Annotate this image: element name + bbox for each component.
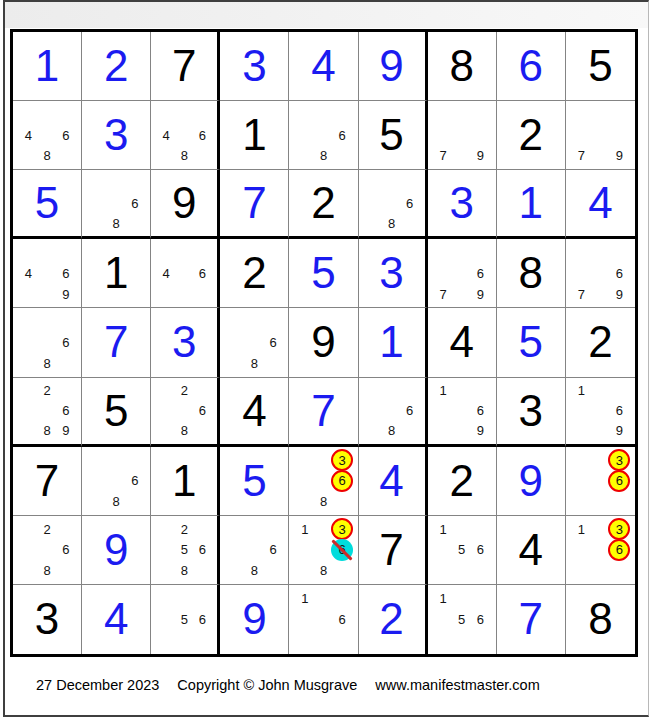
cell-r1c1[interactable]: 1 <box>13 32 82 101</box>
solved-digit: 3 <box>242 44 266 88</box>
cell-r5c8[interactable]: 5 <box>497 308 566 377</box>
cell-r4c1[interactable]: 469 <box>13 239 82 308</box>
cell-r9c2[interactable]: 4 <box>82 585 151 654</box>
candidate-empty <box>333 104 352 125</box>
given-digit: 7 <box>172 44 196 88</box>
cell-r2c5[interactable]: 68 <box>289 101 358 170</box>
candidate-empty <box>226 332 245 353</box>
candidate-9: 9 <box>471 146 490 167</box>
candidate-empty <box>572 104 591 125</box>
candidate-empty <box>434 560 453 581</box>
candidate-6-highlighted-yellow: 6 <box>333 470 352 491</box>
candidate-9: 9 <box>471 284 490 305</box>
cell-r2c2[interactable]: 3 <box>82 101 151 170</box>
cell-r5c4[interactable]: 68 <box>220 308 289 377</box>
candidate-5: 5 <box>452 609 471 630</box>
cell-r4c9[interactable]: 679 <box>566 239 635 308</box>
pencil-marks: 136 <box>566 516 635 584</box>
candidate-empty <box>434 242 453 263</box>
candidate-empty <box>193 381 211 401</box>
candidate-empty <box>175 242 193 263</box>
candidate-empty <box>157 381 175 401</box>
candidate-empty <box>19 519 38 540</box>
cell-r8c2[interactable]: 9 <box>82 516 151 585</box>
candidate-empty <box>38 401 57 421</box>
candidate-empty <box>401 421 419 441</box>
cell-r5c2[interactable]: 7 <box>82 308 151 377</box>
candidate-empty <box>19 242 38 263</box>
cell-r6c6[interactable]: 68 <box>359 378 428 447</box>
given-digit: 2 <box>588 320 612 364</box>
candidate-empty <box>157 539 175 560</box>
candidate-4: 4 <box>19 125 38 146</box>
solved-digit: 1 <box>519 181 543 225</box>
candidate-5: 5 <box>452 539 471 560</box>
candidate-9: 9 <box>56 421 75 441</box>
candidate-empty <box>365 213 383 233</box>
cell-r5c9[interactable]: 2 <box>566 308 635 377</box>
candidate-empty <box>19 104 38 125</box>
solved-digit: 5 <box>519 320 543 364</box>
cell-r4c4[interactable]: 2 <box>220 239 289 308</box>
given-digit: 2 <box>242 251 266 295</box>
candidate-empty <box>471 560 490 581</box>
candidate-empty <box>471 588 490 609</box>
candidate-empty <box>591 491 610 512</box>
solved-digit: 9 <box>242 597 266 641</box>
pencil-marks: 68 <box>359 170 425 236</box>
candidate-empty <box>383 193 401 213</box>
candidate-empty <box>193 146 211 167</box>
candidate-6: 6 <box>193 609 211 630</box>
cell-r6c7[interactable]: 169 <box>428 378 497 447</box>
pencil-marks: 68 <box>289 101 357 169</box>
candidate-empty <box>88 213 107 233</box>
candidate-empty <box>295 491 314 512</box>
candidate-empty <box>591 450 610 471</box>
candidate-empty <box>193 560 211 581</box>
cell-r9c4[interactable]: 9 <box>220 585 289 654</box>
pencil-marks: 2568 <box>151 516 217 584</box>
cell-r6c5[interactable]: 7 <box>289 378 358 447</box>
cell-r4c8[interactable]: 8 <box>497 239 566 308</box>
cell-r1c6[interactable]: 9 <box>359 32 428 101</box>
candidate-empty <box>572 242 591 263</box>
candidate-8: 8 <box>107 213 126 233</box>
cell-r2c8[interactable]: 2 <box>497 101 566 170</box>
candidate-empty <box>314 470 333 491</box>
candidate-empty <box>471 242 490 263</box>
given-digit: 5 <box>379 113 403 157</box>
candidate-empty <box>401 381 419 401</box>
cell-r3c3[interactable]: 9 <box>151 170 220 239</box>
cell-r3c7[interactable]: 3 <box>428 170 497 239</box>
candidate-empty <box>19 539 38 560</box>
pencil-marks: 68 <box>82 447 150 515</box>
candidate-8: 8 <box>314 146 333 167</box>
candidate-empty <box>88 173 107 193</box>
candidate-8: 8 <box>175 146 193 167</box>
cell-r9c7[interactable]: 156 <box>428 585 497 654</box>
candidate-1: 1 <box>434 381 453 401</box>
candidate-8: 8 <box>38 353 57 374</box>
cell-r7c7[interactable]: 2 <box>428 447 497 516</box>
cell-r8c4[interactable]: 68 <box>220 516 289 585</box>
candidate-empty <box>572 491 591 512</box>
given-digit: 5 <box>104 389 128 433</box>
cell-r2c7[interactable]: 79 <box>428 101 497 170</box>
cell-r3c5[interactable]: 2 <box>289 170 358 239</box>
candidate-empty <box>295 104 314 125</box>
given-digit: 2 <box>519 113 543 157</box>
given-digit: 5 <box>588 44 612 88</box>
footer-website: www.manifestmaster.com <box>375 677 539 693</box>
cell-r6c8[interactable]: 3 <box>497 378 566 447</box>
candidate-7: 7 <box>572 146 591 167</box>
cell-r1c8[interactable]: 6 <box>497 32 566 101</box>
candidate-empty <box>610 381 629 401</box>
candidate-empty <box>295 470 314 491</box>
given-digit: 9 <box>311 320 335 364</box>
candidate-empty <box>56 560 75 581</box>
candidate-empty <box>333 146 352 167</box>
candidate-6: 6 <box>610 401 629 421</box>
candidate-empty <box>314 609 333 630</box>
candidate-empty <box>88 491 107 512</box>
solved-digit: 9 <box>379 44 403 88</box>
candidate-empty <box>333 491 352 512</box>
candidate-empty <box>56 519 75 540</box>
cell-r7c4[interactable]: 5 <box>220 447 289 516</box>
candidate-empty <box>264 311 283 332</box>
candidate-empty <box>383 173 401 193</box>
candidate-empty <box>591 381 610 401</box>
candidate-empty <box>193 284 211 305</box>
given-digit: 2 <box>311 181 335 225</box>
pencil-marks: 169 <box>428 378 496 444</box>
pencil-marks: 268 <box>151 378 217 444</box>
pencil-marks: 36 <box>566 447 635 515</box>
solved-digit: 9 <box>519 459 543 503</box>
candidate-empty <box>434 401 453 421</box>
candidate-empty <box>19 332 38 353</box>
candidate-empty <box>226 519 245 540</box>
candidate-empty <box>157 421 175 441</box>
solved-digit: 5 <box>311 251 335 295</box>
candidate-empty <box>19 421 38 441</box>
cell-r8c8[interactable]: 4 <box>497 516 566 585</box>
pencil-marks: 468 <box>13 101 81 169</box>
cell-r4c7[interactable]: 679 <box>428 239 497 308</box>
candidate-empty <box>19 284 38 305</box>
candidate-6-highlighted-yellow: 6 <box>610 539 629 560</box>
cell-r1c4[interactable]: 3 <box>220 32 289 101</box>
pencil-marks: 68 <box>82 170 150 236</box>
cell-r1c5[interactable]: 4 <box>289 32 358 101</box>
cell-r9c3[interactable]: 56 <box>151 585 220 654</box>
cell-r9c6[interactable]: 2 <box>359 585 428 654</box>
cell-r5c3[interactable]: 3 <box>151 308 220 377</box>
candidate-empty <box>572 401 591 421</box>
candidate-empty <box>591 146 610 167</box>
candidate-empty <box>452 560 471 581</box>
candidate-7: 7 <box>572 284 591 305</box>
candidate-empty <box>452 519 471 540</box>
candidate-3-highlighted-yellow: 3 <box>333 519 352 540</box>
candidate-empty <box>157 630 175 651</box>
candidate-empty <box>193 242 211 263</box>
cell-r7c9[interactable]: 36 <box>566 447 635 516</box>
cell-r9c5[interactable]: 16 <box>289 585 358 654</box>
cell-r4c3[interactable]: 46 <box>151 239 220 308</box>
candidate-empty <box>38 104 57 125</box>
candidate-6: 6 <box>401 193 419 213</box>
candidate-1: 1 <box>434 519 453 540</box>
candidate-empty <box>610 125 629 146</box>
cell-r8c5[interactable]: 1368 <box>289 516 358 585</box>
candidate-8: 8 <box>38 560 57 581</box>
candidate-empty <box>193 519 211 540</box>
candidate-empty <box>175 401 193 421</box>
candidate-8: 8 <box>38 421 57 441</box>
pencil-marks: 469 <box>13 239 81 307</box>
solved-digit: 9 <box>104 528 128 572</box>
solved-digit: 7 <box>242 181 266 225</box>
candidate-5: 5 <box>175 609 193 630</box>
candidate-empty <box>38 539 57 560</box>
cell-r7c8[interactable]: 9 <box>497 447 566 516</box>
candidate-9: 9 <box>471 421 490 441</box>
candidate-empty <box>38 284 57 305</box>
cell-r8c6[interactable]: 7 <box>359 516 428 585</box>
candidate-empty <box>175 588 193 609</box>
candidate-empty <box>19 381 38 401</box>
candidate-empty <box>157 146 175 167</box>
candidate-6: 6 <box>56 401 75 421</box>
solved-digit: 5 <box>35 181 59 225</box>
candidate-empty <box>88 193 107 213</box>
candidate-empty <box>452 146 471 167</box>
candidate-empty <box>19 146 38 167</box>
given-digit: 8 <box>449 44 473 88</box>
candidate-1: 1 <box>295 588 314 609</box>
cell-r3c9[interactable]: 4 <box>566 170 635 239</box>
pencil-marks: 368 <box>289 447 357 515</box>
pencil-marks: 268 <box>13 516 81 584</box>
candidate-empty <box>452 588 471 609</box>
candidate-empty <box>452 104 471 125</box>
candidate-empty <box>245 539 264 560</box>
candidate-2: 2 <box>38 381 57 401</box>
candidate-empty <box>264 560 283 581</box>
cell-r5c7[interactable]: 4 <box>428 308 497 377</box>
candidate-empty <box>56 146 75 167</box>
given-digit: 7 <box>35 459 59 503</box>
candidate-8: 8 <box>245 353 264 374</box>
candidate-empty <box>572 470 591 491</box>
candidate-empty <box>434 609 453 630</box>
given-digit: 7 <box>379 528 403 572</box>
solved-digit: 2 <box>104 44 128 88</box>
cell-r6c4[interactable]: 4 <box>220 378 289 447</box>
pencil-marks: 79 <box>566 101 635 169</box>
cell-r1c7[interactable]: 8 <box>428 32 497 101</box>
candidate-empty <box>175 104 193 125</box>
candidate-3-highlighted-yellow: 3 <box>333 450 352 471</box>
candidate-empty <box>107 193 126 213</box>
pencil-marks: 68 <box>13 308 81 376</box>
candidate-empty <box>452 630 471 651</box>
candidate-empty <box>471 381 490 401</box>
cell-r7c6[interactable]: 4 <box>359 447 428 516</box>
candidate-empty <box>452 125 471 146</box>
candidate-empty <box>591 539 610 560</box>
candidate-empty <box>295 609 314 630</box>
cell-r7c1[interactable]: 7 <box>13 447 82 516</box>
cell-r2c1[interactable]: 468 <box>13 101 82 170</box>
candidate-6: 6 <box>471 263 490 284</box>
cell-r2c9[interactable]: 79 <box>566 101 635 170</box>
candidate-empty <box>434 539 453 560</box>
cell-r9c9[interactable]: 8 <box>566 585 635 654</box>
solved-digit: 3 <box>379 251 403 295</box>
candidate-6: 6 <box>333 609 352 630</box>
cell-r2c3[interactable]: 468 <box>151 101 220 170</box>
cell-r7c3[interactable]: 1 <box>151 447 220 516</box>
candidate-empty <box>591 125 610 146</box>
cell-r3c2[interactable]: 68 <box>82 170 151 239</box>
candidate-empty <box>591 470 610 491</box>
cell-r6c1[interactable]: 2689 <box>13 378 82 447</box>
cell-r9c1[interactable]: 3 <box>13 585 82 654</box>
candidate-8: 8 <box>175 421 193 441</box>
candidate-empty <box>572 125 591 146</box>
given-digit: 4 <box>242 389 266 433</box>
candidate-empty <box>157 104 175 125</box>
pencil-marks: 468 <box>151 101 217 169</box>
solved-digit: 3 <box>104 113 128 157</box>
candidate-empty <box>295 560 314 581</box>
cell-r6c3[interactable]: 268 <box>151 378 220 447</box>
solved-digit: 1 <box>35 44 59 88</box>
candidate-6: 6 <box>610 263 629 284</box>
candidate-empty <box>314 539 333 560</box>
cell-r8c9[interactable]: 136 <box>566 516 635 585</box>
cell-r8c3[interactable]: 2568 <box>151 516 220 585</box>
candidate-empty <box>193 588 211 609</box>
pencil-marks: 68 <box>359 378 425 444</box>
candidate-8: 8 <box>383 421 401 441</box>
candidate-8: 8 <box>107 491 126 512</box>
candidate-empty <box>19 353 38 374</box>
footer-date: 27 December 2023 <box>36 677 159 693</box>
candidate-empty <box>314 588 333 609</box>
candidate-empty <box>610 560 629 581</box>
cell-r3c8[interactable]: 1 <box>497 170 566 239</box>
cell-r4c6[interactable]: 3 <box>359 239 428 308</box>
candidate-empty <box>245 311 264 332</box>
candidate-6: 6 <box>56 332 75 353</box>
pencil-marks: 79 <box>428 101 496 169</box>
given-digit: 9 <box>172 181 196 225</box>
candidate-6-eliminated-cyan: 6 <box>333 539 352 560</box>
candidate-3-highlighted-yellow: 3 <box>610 450 629 471</box>
cell-r7c2[interactable]: 68 <box>82 447 151 516</box>
candidate-empty <box>610 242 629 263</box>
cell-r5c1[interactable]: 68 <box>13 308 82 377</box>
cell-r5c6[interactable]: 1 <box>359 308 428 377</box>
candidate-4: 4 <box>157 125 175 146</box>
solved-digit: 4 <box>311 44 335 88</box>
cell-r6c2[interactable]: 5 <box>82 378 151 447</box>
candidate-1: 1 <box>572 381 591 401</box>
candidate-empty <box>365 401 383 421</box>
candidate-empty <box>175 630 193 651</box>
candidate-2: 2 <box>38 519 57 540</box>
candidate-empty <box>434 630 453 651</box>
cell-r3c4[interactable]: 7 <box>220 170 289 239</box>
candidate-empty <box>264 519 283 540</box>
candidate-empty <box>175 125 193 146</box>
candidate-6-highlighted-yellow: 6 <box>610 470 629 491</box>
cell-r3c6[interactable]: 68 <box>359 170 428 239</box>
cell-r5c5[interactable]: 9 <box>289 308 358 377</box>
cell-r1c9[interactable]: 5 <box>566 32 635 101</box>
candidate-6: 6 <box>126 470 145 491</box>
candidate-empty <box>314 125 333 146</box>
candidate-empty <box>19 401 38 421</box>
candidate-1: 1 <box>295 519 314 540</box>
candidate-empty <box>452 242 471 263</box>
candidate-empty <box>401 213 419 233</box>
candidate-empty <box>193 421 211 441</box>
solved-digit: 7 <box>519 597 543 641</box>
cell-r1c2[interactable]: 2 <box>82 32 151 101</box>
candidate-9: 9 <box>610 284 629 305</box>
cell-r1c3[interactable]: 7 <box>151 32 220 101</box>
candidate-empty <box>295 450 314 471</box>
cell-r8c1[interactable]: 268 <box>13 516 82 585</box>
candidate-empty <box>434 263 453 284</box>
cell-r3c1[interactable]: 5 <box>13 170 82 239</box>
given-digit: 8 <box>588 597 612 641</box>
candidate-empty <box>126 450 145 471</box>
cell-r2c6[interactable]: 5 <box>359 101 428 170</box>
candidate-empty <box>591 242 610 263</box>
cell-r4c2[interactable]: 1 <box>82 239 151 308</box>
candidate-empty <box>452 263 471 284</box>
candidate-8: 8 <box>314 560 333 581</box>
candidate-empty <box>264 353 283 374</box>
candidate-empty <box>383 401 401 421</box>
candidate-empty <box>226 311 245 332</box>
cell-r4c5[interactable]: 5 <box>289 239 358 308</box>
candidate-8: 8 <box>175 560 193 581</box>
candidate-empty <box>333 588 352 609</box>
cell-r6c9[interactable]: 169 <box>566 378 635 447</box>
candidate-empty <box>365 193 383 213</box>
cell-r8c7[interactable]: 156 <box>428 516 497 585</box>
solved-digit: 4 <box>104 597 128 641</box>
cell-r9c8[interactable]: 7 <box>497 585 566 654</box>
pencil-marks: 46 <box>151 239 217 307</box>
cell-r2c4[interactable]: 1 <box>220 101 289 170</box>
candidate-empty <box>452 284 471 305</box>
candidate-6: 6 <box>401 401 419 421</box>
cell-r7c5[interactable]: 368 <box>289 447 358 516</box>
candidate-empty <box>157 560 175 581</box>
candidate-empty <box>434 104 453 125</box>
